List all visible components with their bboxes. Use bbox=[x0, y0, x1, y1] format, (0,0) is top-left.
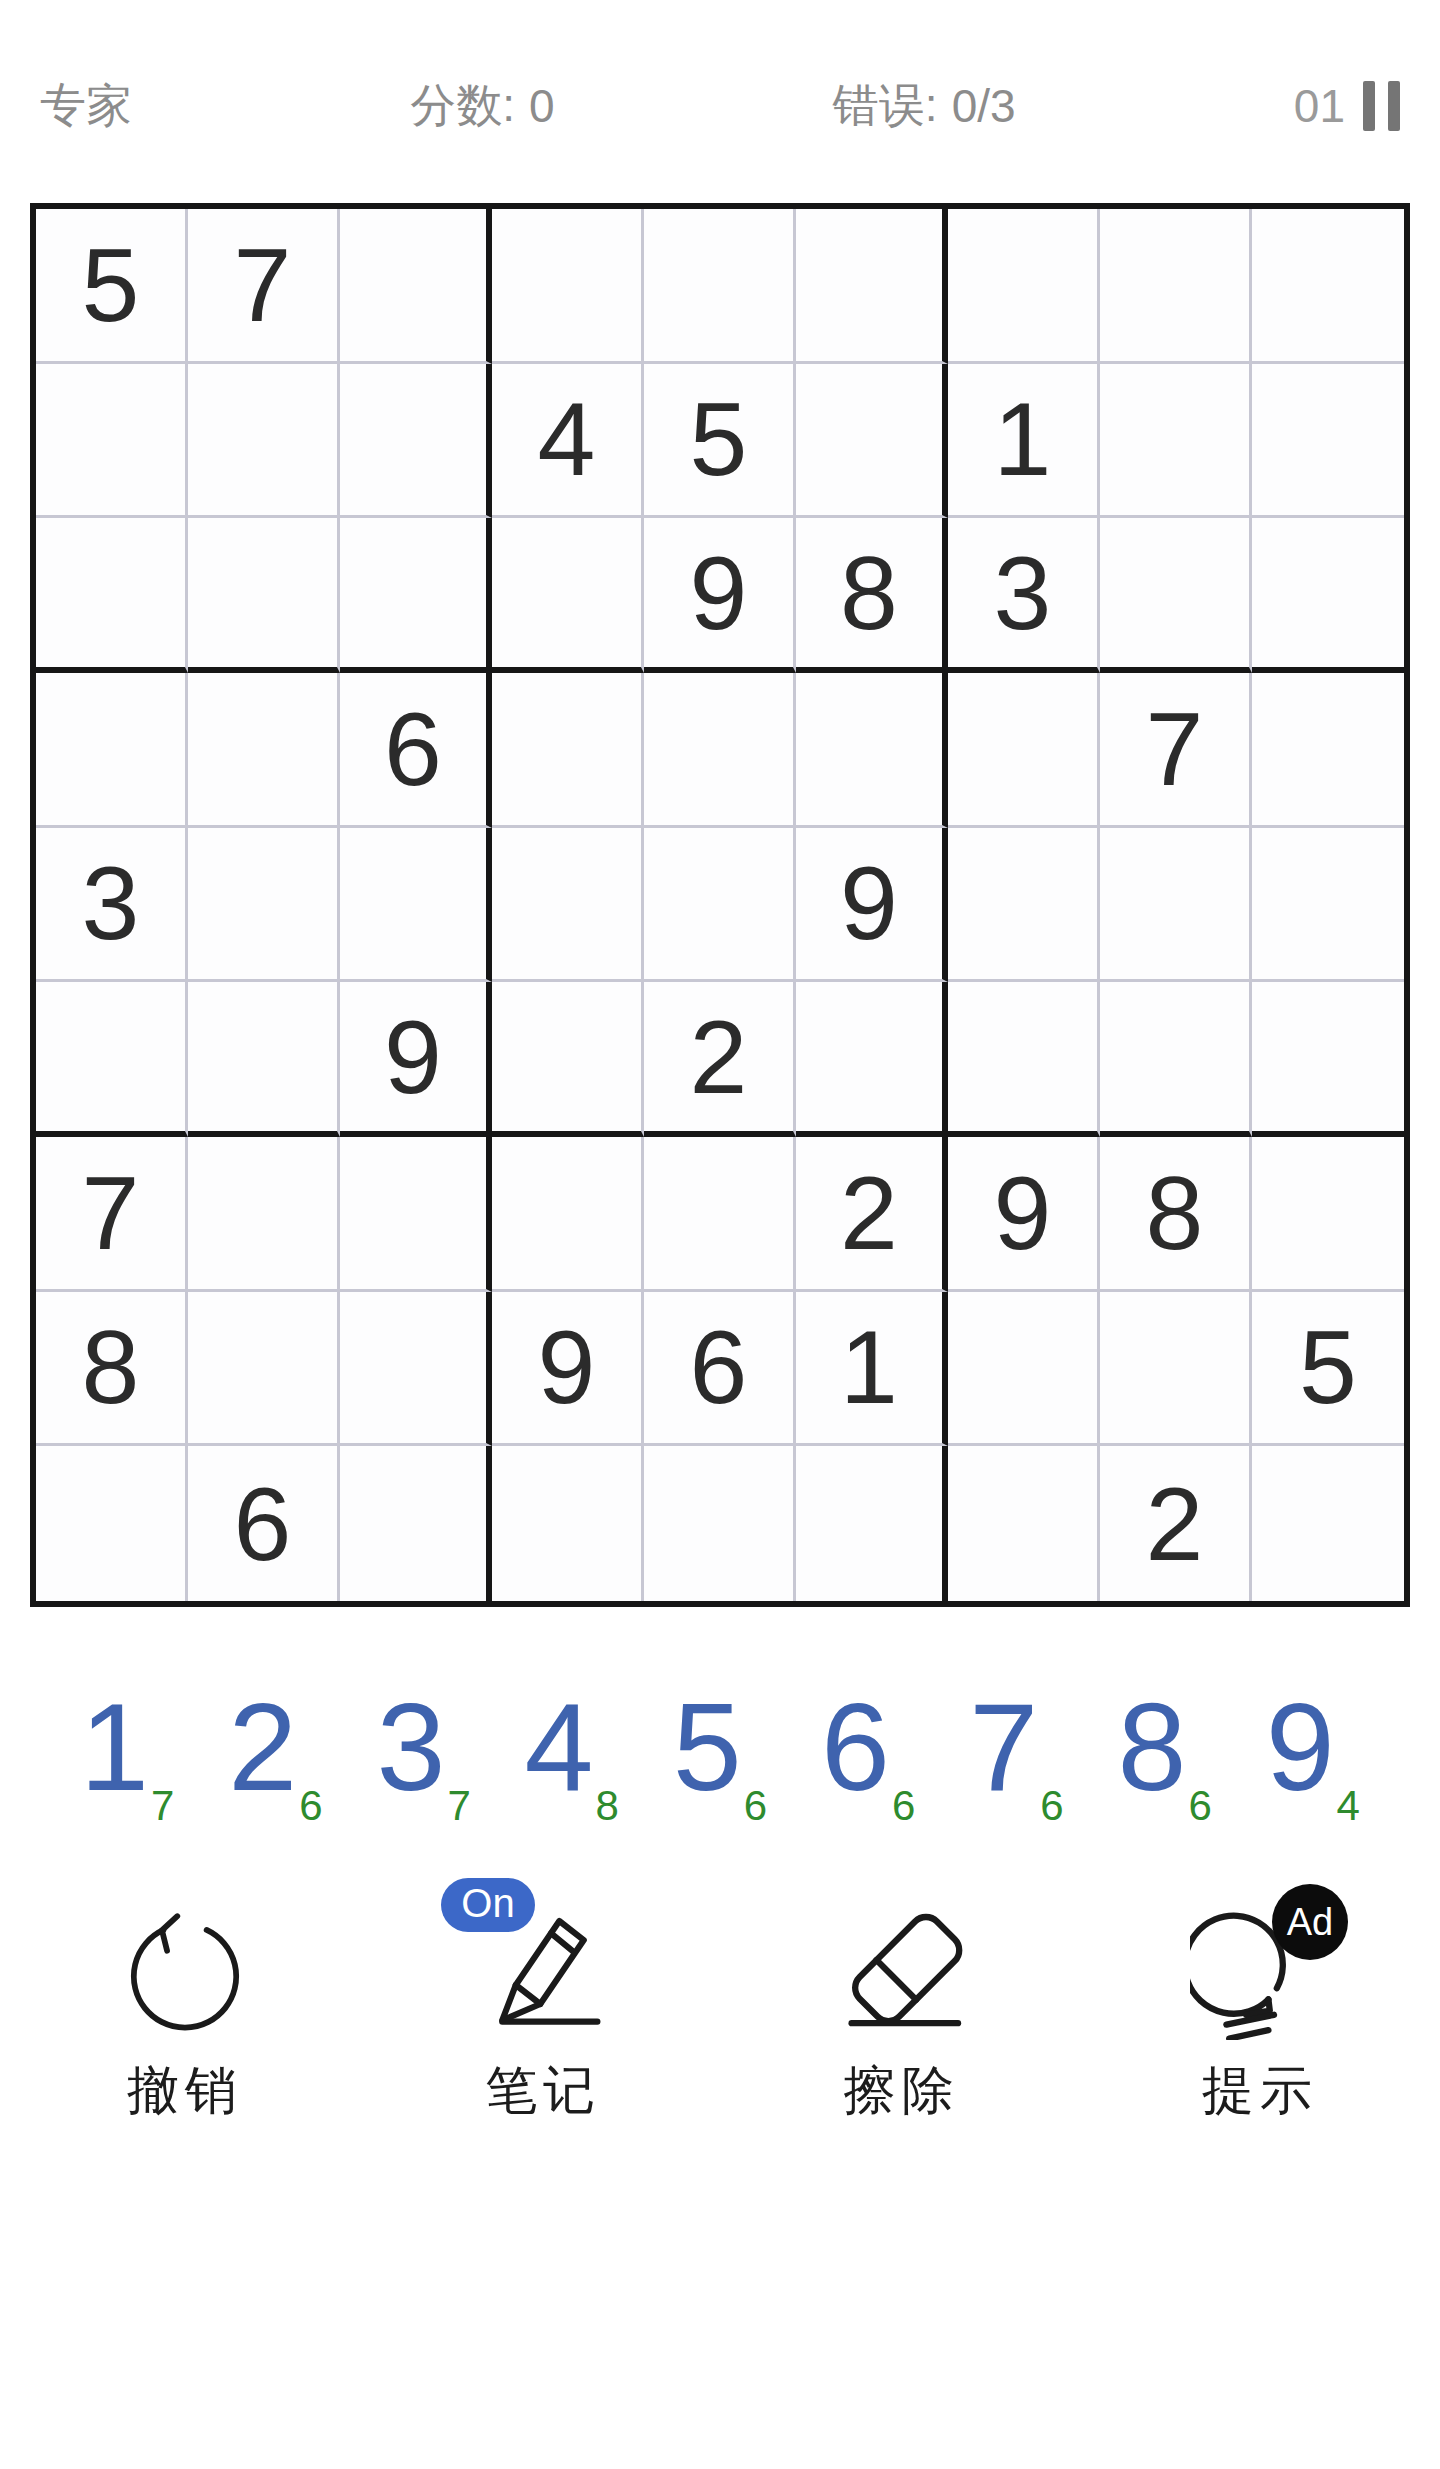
cell-r2c8[interactable] bbox=[1100, 364, 1252, 519]
erase-button[interactable]: 擦除 bbox=[777, 1888, 1027, 2126]
cell-r9c9[interactable] bbox=[1252, 1446, 1404, 1601]
mistakes-label: 错误: bbox=[833, 75, 938, 137]
erase-label: 擦除 bbox=[844, 2056, 960, 2126]
cell-r3c3[interactable] bbox=[340, 518, 492, 673]
numpad-remaining-count: 4 bbox=[1337, 1785, 1360, 1827]
cell-r1c7[interactable] bbox=[948, 209, 1100, 364]
cell-r6c6[interactable] bbox=[796, 982, 948, 1137]
numpad-remaining-count: 6 bbox=[1188, 1785, 1211, 1827]
numpad-button-1[interactable]: 17 bbox=[80, 1685, 174, 1809]
cell-r3c9[interactable] bbox=[1252, 518, 1404, 673]
numpad-remaining-count: 6 bbox=[1040, 1785, 1063, 1827]
notes-on-badge: On bbox=[441, 1878, 534, 1932]
numpad-button-6[interactable]: 66 bbox=[821, 1685, 915, 1809]
pause-icon bbox=[1363, 81, 1375, 131]
cell-r2c9[interactable] bbox=[1252, 364, 1404, 519]
cell-r9c6[interactable] bbox=[796, 1446, 948, 1601]
numpad-remaining-count: 7 bbox=[151, 1785, 174, 1827]
cell-r2c1[interactable] bbox=[36, 364, 188, 519]
cell-r3c8[interactable] bbox=[1100, 518, 1252, 673]
numpad-digit: 6 bbox=[821, 1685, 890, 1809]
cell-r6c9[interactable] bbox=[1252, 982, 1404, 1137]
cell-r7c7[interactable]: 9 bbox=[948, 1137, 1100, 1292]
cell-r8c3[interactable] bbox=[340, 1292, 492, 1447]
numpad-button-8[interactable]: 86 bbox=[1117, 1685, 1211, 1809]
cell-r2c7[interactable]: 1 bbox=[948, 364, 1100, 519]
cell-r5c7[interactable] bbox=[948, 828, 1100, 983]
cell-r2c3[interactable] bbox=[340, 364, 492, 519]
cell-r7c2[interactable] bbox=[188, 1137, 340, 1292]
numpad: 172637485666768694 bbox=[0, 1685, 1440, 1860]
cell-r2c4[interactable]: 4 bbox=[492, 364, 644, 519]
cell-r1c4[interactable] bbox=[492, 209, 644, 364]
lightbulb-icon: Ad bbox=[1180, 1888, 1340, 2040]
undo-label: 撤销 bbox=[127, 2056, 243, 2126]
cell-r6c8[interactable] bbox=[1100, 982, 1252, 1137]
cell-r3c1[interactable] bbox=[36, 518, 188, 673]
pencil-icon: On bbox=[463, 1888, 623, 2040]
numpad-remaining-count: 6 bbox=[299, 1785, 322, 1827]
cell-r4c8[interactable]: 7 bbox=[1100, 673, 1252, 828]
cell-r5c5[interactable] bbox=[644, 828, 796, 983]
cell-r2c6[interactable] bbox=[796, 364, 948, 519]
pause-button[interactable] bbox=[1363, 81, 1400, 131]
cell-r3c2[interactable] bbox=[188, 518, 340, 673]
timer-value: 01 bbox=[1294, 79, 1345, 133]
cell-r7c3[interactable] bbox=[340, 1137, 492, 1292]
cell-r4c4[interactable] bbox=[492, 673, 644, 828]
cell-r5c1[interactable]: 3 bbox=[36, 828, 188, 983]
cell-r8c6[interactable]: 1 bbox=[796, 1292, 948, 1447]
cell-r9c3[interactable] bbox=[340, 1446, 492, 1601]
cell-r1c3[interactable] bbox=[340, 209, 492, 364]
score-group: 分数: 0 bbox=[410, 75, 554, 137]
cell-r2c2[interactable] bbox=[188, 364, 340, 519]
numpad-remaining-count: 6 bbox=[892, 1785, 915, 1827]
cell-r7c4[interactable] bbox=[492, 1137, 644, 1292]
cell-r3c7[interactable]: 3 bbox=[948, 518, 1100, 673]
cell-r4c5[interactable] bbox=[644, 673, 796, 828]
cell-r6c2[interactable] bbox=[188, 982, 340, 1137]
cell-r5c8[interactable] bbox=[1100, 828, 1252, 983]
cell-r8c7[interactable] bbox=[948, 1292, 1100, 1447]
cell-r1c8[interactable] bbox=[1100, 209, 1252, 364]
numpad-digit: 1 bbox=[80, 1685, 149, 1809]
cell-r9c4[interactable] bbox=[492, 1446, 644, 1601]
numpad-remaining-count: 8 bbox=[596, 1785, 619, 1827]
cell-r6c1[interactable] bbox=[36, 982, 188, 1137]
undo-icon bbox=[105, 1888, 265, 2040]
cell-r1c1[interactable]: 5 bbox=[36, 209, 188, 364]
cell-r5c3[interactable] bbox=[340, 828, 492, 983]
cell-r8c5[interactable]: 6 bbox=[644, 1292, 796, 1447]
cell-r4c6[interactable] bbox=[796, 673, 948, 828]
cell-r1c6[interactable] bbox=[796, 209, 948, 364]
cell-r4c7[interactable] bbox=[948, 673, 1100, 828]
cell-r4c9[interactable] bbox=[1252, 673, 1404, 828]
cell-r7c5[interactable] bbox=[644, 1137, 796, 1292]
numpad-digit: 8 bbox=[1117, 1685, 1186, 1809]
cell-r3c6[interactable]: 8 bbox=[796, 518, 948, 673]
score-label: 分数: bbox=[410, 75, 515, 137]
cell-r4c2[interactable] bbox=[188, 673, 340, 828]
numpad-digit: 3 bbox=[376, 1685, 445, 1809]
cell-r8c4[interactable]: 9 bbox=[492, 1292, 644, 1447]
cell-r1c2[interactable]: 7 bbox=[188, 209, 340, 364]
cell-r5c6[interactable]: 9 bbox=[796, 828, 948, 983]
cell-r8c2[interactable] bbox=[188, 1292, 340, 1447]
cell-r8c9[interactable]: 5 bbox=[1252, 1292, 1404, 1447]
cell-r3c4[interactable] bbox=[492, 518, 644, 673]
numpad-button-3[interactable]: 37 bbox=[376, 1685, 470, 1809]
eraser-icon bbox=[822, 1888, 982, 2040]
toolbar: 撤销 On 笔记 擦除 bbox=[0, 1888, 1440, 2126]
numpad-digit: 7 bbox=[969, 1685, 1038, 1809]
numpad-digit: 5 bbox=[673, 1685, 742, 1809]
pause-icon bbox=[1388, 81, 1400, 131]
cell-r1c5[interactable] bbox=[644, 209, 796, 364]
sudoku-board: 5745198367399272988961562 bbox=[30, 203, 1410, 1607]
cell-r9c2[interactable]: 6 bbox=[188, 1446, 340, 1601]
cell-r5c4[interactable] bbox=[492, 828, 644, 983]
cell-r3c5[interactable]: 9 bbox=[644, 518, 796, 673]
cell-r6c5[interactable]: 2 bbox=[644, 982, 796, 1137]
mistakes-group: 错误: 0/3 bbox=[833, 75, 1016, 137]
score-value: 0 bbox=[529, 79, 555, 133]
cell-r5c9[interactable] bbox=[1252, 828, 1404, 983]
timer-group: 01 bbox=[1294, 79, 1400, 133]
numpad-button-4[interactable]: 48 bbox=[525, 1685, 619, 1809]
notes-label: 笔记 bbox=[485, 2056, 601, 2126]
hint-label: 提示 bbox=[1202, 2056, 1318, 2126]
numpad-digit: 2 bbox=[228, 1685, 297, 1809]
numpad-digit: 4 bbox=[525, 1685, 594, 1809]
top-bar: 专家 分数: 0 错误: 0/3 01 bbox=[0, 0, 1440, 138]
cell-r7c9[interactable] bbox=[1252, 1137, 1404, 1292]
numpad-digit: 9 bbox=[1266, 1685, 1335, 1809]
cell-r9c1[interactable] bbox=[36, 1446, 188, 1601]
cell-r6c3[interactable]: 9 bbox=[340, 982, 492, 1137]
numpad-button-7[interactable]: 76 bbox=[969, 1685, 1063, 1809]
hint-ad-badge: Ad bbox=[1272, 1884, 1348, 1960]
cell-r4c1[interactable] bbox=[36, 673, 188, 828]
cell-r8c1[interactable]: 8 bbox=[36, 1292, 188, 1447]
cell-r7c8[interactable]: 8 bbox=[1100, 1137, 1252, 1292]
cell-r7c1[interactable]: 7 bbox=[36, 1137, 188, 1292]
numpad-remaining-count: 6 bbox=[744, 1785, 767, 1827]
hint-button[interactable]: Ad 提示 bbox=[1135, 1888, 1385, 2126]
difficulty-label: 专家 bbox=[40, 75, 132, 137]
cell-r1c9[interactable] bbox=[1252, 209, 1404, 364]
numpad-button-2[interactable]: 26 bbox=[228, 1685, 322, 1809]
cell-r2c5[interactable]: 5 bbox=[644, 364, 796, 519]
cell-r6c4[interactable] bbox=[492, 982, 644, 1137]
notes-button[interactable]: On 笔记 bbox=[418, 1888, 668, 2126]
undo-button[interactable]: 撤销 bbox=[60, 1888, 310, 2126]
numpad-button-9[interactable]: 94 bbox=[1266, 1685, 1360, 1809]
cell-r5c2[interactable] bbox=[188, 828, 340, 983]
cell-r4c3[interactable]: 6 bbox=[340, 673, 492, 828]
cell-r9c8[interactable]: 2 bbox=[1100, 1446, 1252, 1601]
mistakes-value: 0/3 bbox=[952, 79, 1016, 133]
cell-r8c8[interactable] bbox=[1100, 1292, 1252, 1447]
cell-r9c7[interactable] bbox=[948, 1446, 1100, 1601]
cell-r6c7[interactable] bbox=[948, 982, 1100, 1137]
cell-r9c5[interactable] bbox=[644, 1446, 796, 1601]
numpad-remaining-count: 7 bbox=[447, 1785, 470, 1827]
cell-r7c6[interactable]: 2 bbox=[796, 1137, 948, 1292]
numpad-button-5[interactable]: 56 bbox=[673, 1685, 767, 1809]
